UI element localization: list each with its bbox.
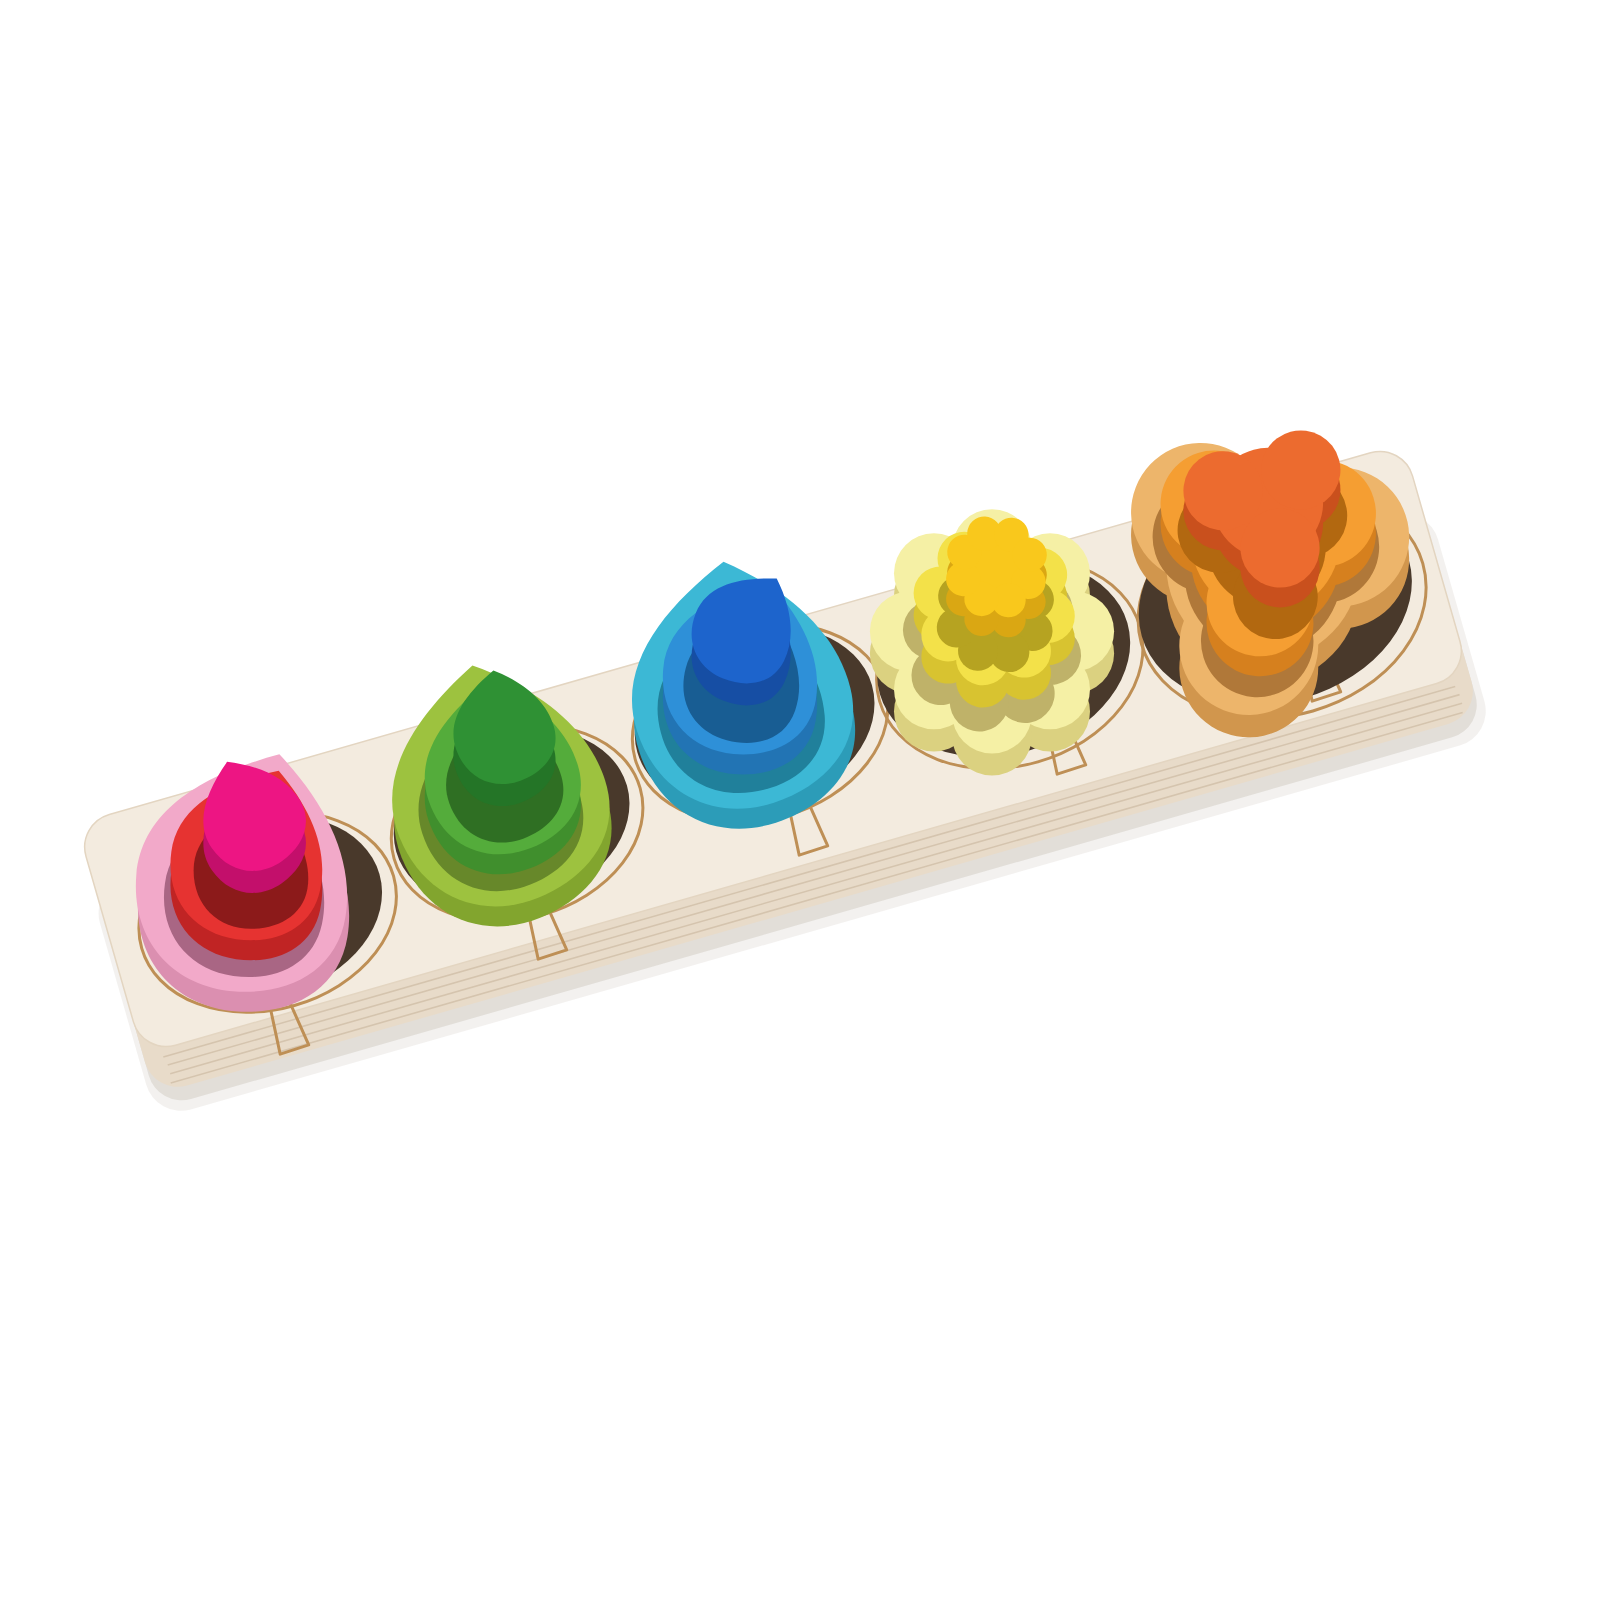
toy-illustration bbox=[0, 0, 1601, 1601]
product-photo-scene bbox=[0, 0, 1601, 1601]
